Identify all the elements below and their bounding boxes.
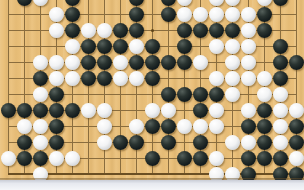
black-stone[interactable] <box>17 151 32 166</box>
white-stone[interactable] <box>241 71 256 86</box>
white-stone[interactable] <box>225 87 240 102</box>
black-stone[interactable] <box>49 119 64 134</box>
black-stone[interactable] <box>65 7 80 22</box>
white-stone[interactable] <box>129 119 144 134</box>
black-stone[interactable] <box>145 55 160 70</box>
black-stone[interactable] <box>145 151 160 166</box>
white-stone[interactable] <box>241 55 256 70</box>
black-stone[interactable] <box>257 151 272 166</box>
white-stone[interactable] <box>161 103 176 118</box>
white-stone[interactable] <box>49 71 64 86</box>
black-stone[interactable] <box>129 23 144 38</box>
black-stone[interactable] <box>209 87 224 102</box>
white-stone[interactable] <box>241 23 256 38</box>
white-stone[interactable] <box>113 55 128 70</box>
go-game-screenshot <box>0 0 304 190</box>
black-stone[interactable] <box>33 103 48 118</box>
white-stone[interactable] <box>193 119 208 134</box>
black-stone[interactable] <box>49 87 64 102</box>
white-stone[interactable] <box>33 87 48 102</box>
white-stone[interactable] <box>81 103 96 118</box>
white-stone[interactable] <box>241 39 256 54</box>
black-stone[interactable] <box>49 135 64 150</box>
black-stone[interactable] <box>273 151 288 166</box>
black-stone[interactable] <box>81 39 96 54</box>
white-stone[interactable] <box>209 151 224 166</box>
white-stone[interactable] <box>97 135 112 150</box>
white-stone[interactable] <box>65 39 80 54</box>
black-stone[interactable] <box>273 39 288 54</box>
go-board[interactable] <box>0 0 304 180</box>
white-stone[interactable] <box>145 103 160 118</box>
black-stone[interactable] <box>193 23 208 38</box>
white-stone[interactable] <box>33 135 48 150</box>
black-stone[interactable] <box>97 55 112 70</box>
black-stone[interactable] <box>145 119 160 134</box>
white-stone[interactable] <box>65 151 80 166</box>
white-stone[interactable] <box>209 39 224 54</box>
black-stone[interactable] <box>161 135 176 150</box>
black-stone[interactable] <box>177 23 192 38</box>
white-stone[interactable] <box>177 119 192 134</box>
black-stone[interactable] <box>65 103 80 118</box>
black-stone[interactable] <box>257 135 272 150</box>
black-stone[interactable] <box>177 87 192 102</box>
white-stone[interactable] <box>273 135 288 150</box>
white-stone[interactable] <box>289 103 304 118</box>
white-stone[interactable] <box>81 23 96 38</box>
black-stone[interactable] <box>129 135 144 150</box>
white-stone[interactable] <box>225 39 240 54</box>
table-background-strip <box>0 180 304 190</box>
black-stone[interactable] <box>81 55 96 70</box>
black-stone[interactable] <box>129 55 144 70</box>
black-stone[interactable] <box>193 87 208 102</box>
white-stone[interactable] <box>65 55 80 70</box>
white-stone[interactable] <box>177 7 192 22</box>
white-stone[interactable] <box>209 119 224 134</box>
black-stone[interactable] <box>289 119 304 134</box>
white-stone[interactable] <box>1 151 16 166</box>
white-stone[interactable] <box>33 119 48 134</box>
white-stone[interactable] <box>273 103 288 118</box>
black-stone[interactable] <box>161 55 176 70</box>
white-stone[interactable] <box>209 7 224 22</box>
white-stone[interactable] <box>193 7 208 22</box>
black-stone[interactable] <box>161 87 176 102</box>
white-stone[interactable] <box>113 71 128 86</box>
star-point <box>151 29 154 32</box>
white-stone[interactable] <box>241 7 256 22</box>
white-stone[interactable] <box>97 119 112 134</box>
black-stone[interactable] <box>193 103 208 118</box>
white-stone[interactable] <box>129 39 144 54</box>
black-stone[interactable] <box>113 23 128 38</box>
black-stone[interactable] <box>273 71 288 86</box>
white-stone[interactable] <box>225 135 240 150</box>
black-stone[interactable] <box>257 119 272 134</box>
white-stone[interactable] <box>209 71 224 86</box>
black-stone[interactable] <box>65 23 80 38</box>
black-stone[interactable] <box>257 103 272 118</box>
white-stone[interactable] <box>257 87 272 102</box>
black-stone[interactable] <box>273 55 288 70</box>
white-stone[interactable] <box>225 7 240 22</box>
black-stone[interactable] <box>193 135 208 150</box>
black-stone[interactable] <box>177 55 192 70</box>
black-stone[interactable] <box>113 39 128 54</box>
white-stone[interactable] <box>129 71 144 86</box>
black-stone[interactable] <box>33 71 48 86</box>
white-stone[interactable] <box>33 55 48 70</box>
black-stone[interactable] <box>289 135 304 150</box>
black-stone[interactable] <box>129 7 144 22</box>
black-stone[interactable] <box>289 55 304 70</box>
grid-vline <box>8 0 9 175</box>
white-stone[interactable] <box>49 23 64 38</box>
white-stone[interactable] <box>257 71 272 86</box>
black-stone[interactable] <box>161 7 176 22</box>
white-stone[interactable] <box>49 151 64 166</box>
black-stone[interactable] <box>177 151 192 166</box>
black-stone[interactable] <box>49 103 64 118</box>
white-stone[interactable] <box>241 135 256 150</box>
white-stone[interactable] <box>273 87 288 102</box>
black-stone[interactable] <box>97 71 112 86</box>
black-stone[interactable] <box>17 135 32 150</box>
white-stone[interactable] <box>241 103 256 118</box>
white-stone[interactable] <box>225 71 240 86</box>
black-stone[interactable] <box>193 151 208 166</box>
black-stone[interactable] <box>257 7 272 22</box>
black-stone[interactable] <box>81 71 96 86</box>
black-stone[interactable] <box>113 135 128 150</box>
black-stone[interactable] <box>161 119 176 134</box>
white-stone[interactable] <box>17 119 32 134</box>
black-stone[interactable] <box>17 103 32 118</box>
black-stone[interactable] <box>177 39 192 54</box>
black-stone[interactable] <box>33 151 48 166</box>
white-stone[interactable] <box>97 23 112 38</box>
black-stone[interactable] <box>241 151 256 166</box>
white-stone[interactable] <box>225 55 240 70</box>
white-stone[interactable] <box>193 55 208 70</box>
white-stone[interactable] <box>65 71 80 86</box>
grid-vline <box>152 0 153 175</box>
white-stone[interactable] <box>209 103 224 118</box>
black-stone[interactable] <box>225 23 240 38</box>
black-stone[interactable] <box>1 103 16 118</box>
black-stone[interactable] <box>241 119 256 134</box>
white-stone[interactable] <box>273 119 288 134</box>
white-stone[interactable] <box>49 55 64 70</box>
black-stone[interactable] <box>257 23 272 38</box>
white-stone[interactable] <box>289 151 304 166</box>
black-stone[interactable] <box>145 39 160 54</box>
white-stone[interactable] <box>49 7 64 22</box>
black-stone[interactable] <box>97 39 112 54</box>
white-stone[interactable] <box>97 103 112 118</box>
black-stone[interactable] <box>145 71 160 86</box>
black-stone[interactable] <box>209 23 224 38</box>
